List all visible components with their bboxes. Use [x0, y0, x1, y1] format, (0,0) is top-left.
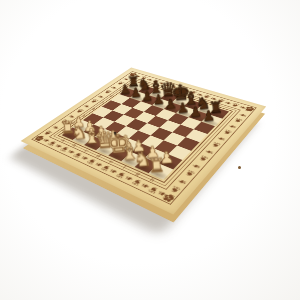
king-finial	[113, 129, 116, 135]
board-face: ❦❧❦❧❦❧❦❧❦❧❦❧❦❧❦❧❦❧❦❧❦❧❦❧❦❧❦❧❦❧❦❧❦❧❦❧❦❧❦❧…	[21, 68, 267, 215]
clasp-pin	[238, 166, 241, 169]
camera-roll-wrapper: ❦❧❦❧❦❧❦❧❦❧❦❧❦❧❦❧❦❧❦❧❦❧❦❧❦❧❦❧❦❧❦❧❦❧❦❧❦❧❦❧…	[0, 0, 300, 300]
piece-white-rook: ♜	[147, 156, 166, 176]
perspective-scene: ❦❧❦❧❦❧❦❧❦❧❦❧❦❧❦❧❦❧❦❧❦❧❦❧❦❧❦❧❦❧❦❧❦❧❦❧❦❧❦❧…	[0, 0, 300, 300]
photo-stage: ❦❧❦❧❦❧❦❧❦❧❦❧❦❧❦❧❦❧❦❧❦❧❦❧❦❧❦❧❦❧❦❧❦❧❦❧❦❧❦❧…	[0, 0, 300, 300]
piece-black-pawn: ♟	[201, 108, 217, 123]
chessboard: ❦❧❦❧❦❧❦❧❦❧❦❧❦❧❦❧❦❧❦❧❦❧❦❧❦❧❦❧❦❧❦❧❦❧❦❧❦❧❦❧…	[21, 68, 267, 215]
